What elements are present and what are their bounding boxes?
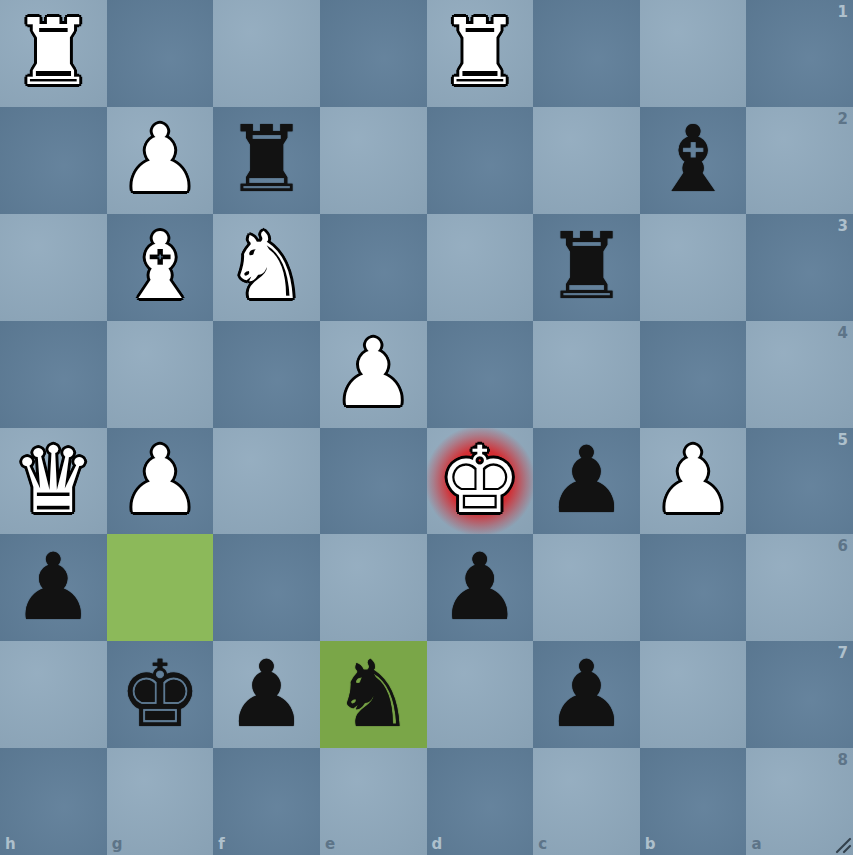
square-a3[interactable]: 3	[746, 214, 853, 321]
square-f5[interactable]	[213, 428, 320, 535]
square-g6[interactable]	[107, 534, 214, 641]
square-e2[interactable]	[320, 107, 427, 214]
square-b3[interactable]	[640, 214, 747, 321]
black-pawn-piece[interactable]: ♟	[533, 428, 640, 535]
square-g1[interactable]	[107, 0, 214, 107]
square-a5[interactable]: 5	[746, 428, 853, 535]
rank-label-8: 8	[838, 751, 848, 769]
square-b6[interactable]	[640, 534, 747, 641]
file-label-a: a	[751, 835, 761, 853]
rank-label-5: 5	[838, 431, 848, 449]
white-pawn-piece[interactable]: ♟	[107, 428, 214, 535]
square-h1[interactable]: ♜	[0, 0, 107, 107]
black-king-piece[interactable]: ♚	[107, 641, 214, 748]
black-rook-piece[interactable]: ♜	[533, 214, 640, 321]
black-bishop-piece[interactable]: ♝	[640, 107, 747, 214]
square-d7[interactable]	[427, 641, 534, 748]
square-b5[interactable]: ♟	[640, 428, 747, 535]
white-pawn-piece[interactable]: ♟	[640, 428, 747, 535]
file-label-f: f	[218, 835, 225, 853]
square-d4[interactable]	[427, 321, 534, 428]
white-queen-piece[interactable]: ♛	[0, 428, 107, 535]
square-h2[interactable]	[0, 107, 107, 214]
square-e6[interactable]	[320, 534, 427, 641]
square-a4[interactable]: 4	[746, 321, 853, 428]
resize-handle-icon[interactable]	[832, 834, 852, 854]
square-f3[interactable]: ♞	[213, 214, 320, 321]
file-label-b: b	[645, 835, 656, 853]
square-h6[interactable]: ♟	[0, 534, 107, 641]
square-d6[interactable]: ♟	[427, 534, 534, 641]
square-d5[interactable]: ♚	[427, 428, 534, 535]
white-rook-piece[interactable]: ♜	[427, 0, 534, 107]
chess-board: ♜♜1♟♜♝2♝♞♜3♟4♛♟♚♟♟5♟♟6♚♟♞♟7hgfedcb8a	[0, 0, 853, 855]
white-rook-piece[interactable]: ♜	[0, 0, 107, 107]
white-bishop-piece[interactable]: ♝	[107, 214, 214, 321]
square-f2[interactable]: ♜	[213, 107, 320, 214]
square-e1[interactable]	[320, 0, 427, 107]
square-b1[interactable]	[640, 0, 747, 107]
rank-label-4: 4	[838, 324, 848, 342]
square-h8[interactable]: h	[0, 748, 107, 855]
rank-label-2: 2	[838, 110, 848, 128]
black-pawn-piece[interactable]: ♟	[533, 641, 640, 748]
file-label-c: c	[538, 835, 547, 853]
square-g5[interactable]: ♟	[107, 428, 214, 535]
square-c8[interactable]: c	[533, 748, 640, 855]
square-h4[interactable]	[0, 321, 107, 428]
rank-label-6: 6	[838, 537, 848, 555]
square-g2[interactable]: ♟	[107, 107, 214, 214]
square-h7[interactable]	[0, 641, 107, 748]
square-b7[interactable]	[640, 641, 747, 748]
rank-label-3: 3	[838, 217, 848, 235]
square-g8[interactable]: g	[107, 748, 214, 855]
black-rook-piece[interactable]: ♜	[213, 107, 320, 214]
file-label-e: e	[325, 835, 335, 853]
file-label-d: d	[432, 835, 443, 853]
rank-label-1: 1	[838, 3, 848, 21]
square-a6[interactable]: 6	[746, 534, 853, 641]
square-g4[interactable]	[107, 321, 214, 428]
square-b2[interactable]: ♝	[640, 107, 747, 214]
square-c4[interactable]	[533, 321, 640, 428]
square-f4[interactable]	[213, 321, 320, 428]
square-d3[interactable]	[427, 214, 534, 321]
square-c1[interactable]	[533, 0, 640, 107]
square-f6[interactable]	[213, 534, 320, 641]
square-g7[interactable]: ♚	[107, 641, 214, 748]
square-d1[interactable]: ♜	[427, 0, 534, 107]
chess-board-wrapper: ♜♜1♟♜♝2♝♞♜3♟4♛♟♚♟♟5♟♟6♚♟♞♟7hgfedcb8a	[0, 0, 853, 855]
white-pawn-piece[interactable]: ♟	[320, 321, 427, 428]
square-h5[interactable]: ♛	[0, 428, 107, 535]
black-pawn-piece[interactable]: ♟	[427, 534, 534, 641]
square-e4[interactable]: ♟	[320, 321, 427, 428]
rank-label-7: 7	[838, 644, 848, 662]
white-knight-piece[interactable]: ♞	[213, 214, 320, 321]
square-b4[interactable]	[640, 321, 747, 428]
black-pawn-piece[interactable]: ♟	[213, 641, 320, 748]
square-e3[interactable]	[320, 214, 427, 321]
square-c5[interactable]: ♟	[533, 428, 640, 535]
square-f8[interactable]: f	[213, 748, 320, 855]
square-g3[interactable]: ♝	[107, 214, 214, 321]
square-e8[interactable]: e	[320, 748, 427, 855]
white-king-piece[interactable]: ♚	[427, 428, 534, 535]
white-pawn-piece[interactable]: ♟	[107, 107, 214, 214]
square-f1[interactable]	[213, 0, 320, 107]
black-knight-piece[interactable]: ♞	[320, 641, 427, 748]
square-e5[interactable]	[320, 428, 427, 535]
square-b8[interactable]: b	[640, 748, 747, 855]
square-a7[interactable]: 7	[746, 641, 853, 748]
black-pawn-piece[interactable]: ♟	[0, 534, 107, 641]
square-d8[interactable]: d	[427, 748, 534, 855]
file-label-g: g	[112, 835, 123, 853]
square-a2[interactable]: 2	[746, 107, 853, 214]
square-c3[interactable]: ♜	[533, 214, 640, 321]
square-c2[interactable]	[533, 107, 640, 214]
square-c7[interactable]: ♟	[533, 641, 640, 748]
square-e7[interactable]: ♞	[320, 641, 427, 748]
square-f7[interactable]: ♟	[213, 641, 320, 748]
square-c6[interactable]	[533, 534, 640, 641]
file-label-h: h	[5, 835, 16, 853]
square-d2[interactable]	[427, 107, 534, 214]
square-h3[interactable]	[0, 214, 107, 321]
square-a1[interactable]: 1	[746, 0, 853, 107]
